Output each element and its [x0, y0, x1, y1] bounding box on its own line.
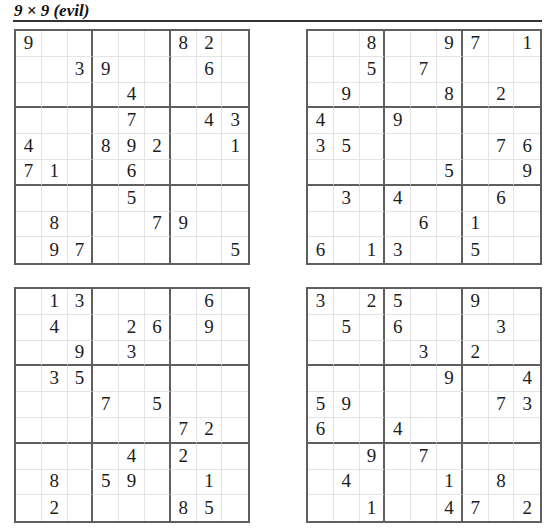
sudoku-cell[interactable]	[222, 341, 248, 367]
sudoku-cell[interactable]	[308, 444, 334, 470]
sudoku-cell[interactable]	[197, 366, 223, 392]
sudoku-cell[interactable]	[119, 31, 145, 57]
sudoku-cell[interactable]	[171, 392, 197, 418]
sudoku-cell[interactable]	[145, 341, 171, 367]
sudoku-cell[interactable]	[42, 83, 68, 109]
sudoku-cell[interactable]	[68, 495, 94, 521]
sudoku-cell[interactable]	[197, 392, 223, 418]
sudoku-cell[interactable]	[437, 134, 463, 160]
sudoku-cell[interactable]	[119, 418, 145, 444]
sudoku-cell-given[interactable]: 6	[145, 315, 171, 341]
sudoku-cell[interactable]	[411, 495, 437, 521]
sudoku-cell[interactable]	[411, 160, 437, 186]
sudoku-cell[interactable]	[489, 444, 515, 470]
sudoku-cell[interactable]	[16, 212, 42, 238]
sudoku-cell[interactable]	[308, 341, 334, 367]
sudoku-cell[interactable]	[222, 160, 248, 186]
sudoku-cell[interactable]	[145, 108, 171, 134]
sudoku-cell-given[interactable]: 8	[437, 83, 463, 109]
sudoku-cell[interactable]	[42, 341, 68, 367]
sudoku-cell[interactable]	[197, 341, 223, 367]
sudoku-cell[interactable]	[16, 289, 42, 315]
sudoku-cell-given[interactable]: 6	[385, 315, 411, 341]
sudoku-cell[interactable]	[437, 186, 463, 212]
sudoku-cell-given[interactable]: 1	[360, 495, 386, 521]
sudoku-cell[interactable]	[93, 444, 119, 470]
sudoku-cell-given[interactable]: 2	[42, 495, 68, 521]
sudoku-cell[interactable]	[463, 418, 489, 444]
sudoku-cell-given[interactable]: 8	[42, 470, 68, 496]
sudoku-cell[interactable]	[16, 83, 42, 109]
sudoku-cell[interactable]	[42, 444, 68, 470]
sudoku-cell[interactable]	[16, 57, 42, 83]
sudoku-cell-given[interactable]: 6	[119, 160, 145, 186]
sudoku-cell[interactable]	[308, 57, 334, 83]
sudoku-cell[interactable]	[411, 108, 437, 134]
sudoku-cell-given[interactable]: 5	[222, 237, 248, 263]
sudoku-cell[interactable]	[308, 186, 334, 212]
sudoku-cell-given[interactable]: 6	[411, 212, 437, 238]
sudoku-cell[interactable]	[437, 315, 463, 341]
sudoku-cell[interactable]	[222, 186, 248, 212]
sudoku-cell[interactable]	[489, 495, 515, 521]
sudoku-cell[interactable]	[385, 57, 411, 83]
sudoku-cell-given[interactable]: 7	[145, 212, 171, 238]
sudoku-cell-given[interactable]: 3	[514, 392, 540, 418]
sudoku-cell-given[interactable]: 4	[119, 83, 145, 109]
sudoku-cell-given[interactable]: 7	[463, 495, 489, 521]
sudoku-cell[interactable]	[334, 212, 360, 238]
sudoku-cell-given[interactable]: 6	[197, 289, 223, 315]
sudoku-cell[interactable]	[360, 186, 386, 212]
sudoku-cell[interactable]	[197, 444, 223, 470]
sudoku-cell-given[interactable]: 8	[360, 31, 386, 57]
sudoku-cell[interactable]	[360, 83, 386, 109]
sudoku-cell[interactable]	[385, 392, 411, 418]
sudoku-cell[interactable]	[119, 57, 145, 83]
sudoku-cell[interactable]	[222, 470, 248, 496]
sudoku-cell[interactable]	[93, 237, 119, 263]
sudoku-cell-given[interactable]: 5	[360, 57, 386, 83]
sudoku-cell[interactable]	[463, 392, 489, 418]
sudoku-cell[interactable]	[334, 289, 360, 315]
sudoku-cell[interactable]	[68, 160, 94, 186]
sudoku-cell-given[interactable]: 5	[119, 186, 145, 212]
sudoku-cell[interactable]	[514, 186, 540, 212]
sudoku-cell[interactable]	[68, 108, 94, 134]
sudoku-cell[interactable]	[145, 186, 171, 212]
sudoku-cell[interactable]	[463, 83, 489, 109]
sudoku-cell[interactable]	[145, 470, 171, 496]
sudoku-cell-given[interactable]: 3	[308, 289, 334, 315]
sudoku-cell-given[interactable]: 4	[42, 315, 68, 341]
sudoku-cell[interactable]	[119, 366, 145, 392]
sudoku-cell[interactable]	[514, 108, 540, 134]
sudoku-cell[interactable]	[489, 31, 515, 57]
sudoku-cell[interactable]	[360, 470, 386, 496]
sudoku-cell[interactable]	[385, 134, 411, 160]
sudoku-cell[interactable]	[222, 444, 248, 470]
sudoku-cell-given[interactable]: 4	[308, 108, 334, 134]
sudoku-cell[interactable]	[437, 57, 463, 83]
sudoku-cell[interactable]	[222, 366, 248, 392]
sudoku-cell[interactable]	[308, 470, 334, 496]
sudoku-cell[interactable]	[437, 108, 463, 134]
sudoku-cell[interactable]	[197, 160, 223, 186]
sudoku-cell[interactable]	[68, 134, 94, 160]
sudoku-cell[interactable]	[385, 366, 411, 392]
sudoku-cell[interactable]	[42, 134, 68, 160]
sudoku-cell-given[interactable]: 6	[197, 57, 223, 83]
sudoku-cell[interactable]	[437, 341, 463, 367]
sudoku-cell[interactable]	[411, 418, 437, 444]
sudoku-cell[interactable]	[145, 366, 171, 392]
sudoku-cell-given[interactable]: 2	[171, 444, 197, 470]
sudoku-cell[interactable]	[222, 495, 248, 521]
sudoku-cell[interactable]	[360, 134, 386, 160]
sudoku-cell[interactable]	[411, 237, 437, 263]
sudoku-cell[interactable]	[68, 315, 94, 341]
sudoku-cell[interactable]	[171, 108, 197, 134]
sudoku-cell[interactable]	[68, 470, 94, 496]
sudoku-cell-given[interactable]: 5	[68, 366, 94, 392]
sudoku-cell[interactable]	[119, 289, 145, 315]
sudoku-cell-given[interactable]: 9	[334, 392, 360, 418]
sudoku-cell[interactable]	[119, 495, 145, 521]
sudoku-cell-given[interactable]: 8	[42, 212, 68, 238]
sudoku-cell-given[interactable]: 5	[334, 315, 360, 341]
sudoku-cell[interactable]	[334, 57, 360, 83]
sudoku-cell[interactable]	[489, 160, 515, 186]
sudoku-cell-given[interactable]: 5	[385, 289, 411, 315]
sudoku-cell[interactable]	[463, 444, 489, 470]
sudoku-cell[interactable]	[119, 237, 145, 263]
sudoku-cell-given[interactable]: 2	[360, 289, 386, 315]
sudoku-cell[interactable]	[360, 341, 386, 367]
sudoku-cell[interactable]	[145, 418, 171, 444]
sudoku-cell[interactable]	[385, 160, 411, 186]
sudoku-cell[interactable]	[16, 341, 42, 367]
sudoku-cell[interactable]	[16, 108, 42, 134]
sudoku-cell-given[interactable]: 7	[411, 57, 437, 83]
sudoku-cell[interactable]	[145, 495, 171, 521]
sudoku-cell-given[interactable]: 9	[437, 366, 463, 392]
sudoku-cell[interactable]	[16, 392, 42, 418]
sudoku-cell[interactable]	[463, 470, 489, 496]
sudoku-cell-given[interactable]: 4	[385, 186, 411, 212]
sudoku-cell[interactable]	[463, 366, 489, 392]
sudoku-cell[interactable]	[16, 470, 42, 496]
sudoku-cell-given[interactable]: 9	[119, 470, 145, 496]
sudoku-cell[interactable]	[514, 289, 540, 315]
sudoku-cell[interactable]	[385, 31, 411, 57]
sudoku-cell[interactable]	[16, 444, 42, 470]
sudoku-cell[interactable]	[145, 289, 171, 315]
sudoku-cell[interactable]	[463, 108, 489, 134]
sudoku-cell[interactable]	[385, 212, 411, 238]
sudoku-cell-given[interactable]: 8	[93, 134, 119, 160]
sudoku-cell-given[interactable]: 5	[463, 237, 489, 263]
sudoku-cell[interactable]	[16, 495, 42, 521]
sudoku-cell[interactable]	[308, 495, 334, 521]
sudoku-cell-given[interactable]: 1	[360, 237, 386, 263]
sudoku-cell[interactable]	[411, 470, 437, 496]
sudoku-cell[interactable]	[334, 108, 360, 134]
sudoku-cell[interactable]	[411, 134, 437, 160]
sudoku-cell[interactable]	[463, 315, 489, 341]
sudoku-cell-given[interactable]: 7	[119, 108, 145, 134]
sudoku-cell[interactable]	[463, 186, 489, 212]
sudoku-cell-given[interactable]: 3	[385, 237, 411, 263]
sudoku-cell-given[interactable]: 3	[334, 186, 360, 212]
sudoku-cell[interactable]	[489, 366, 515, 392]
sudoku-cell-given[interactable]: 3	[119, 341, 145, 367]
sudoku-cell[interactable]	[93, 212, 119, 238]
sudoku-cell-given[interactable]: 2	[514, 495, 540, 521]
sudoku-cell[interactable]	[197, 186, 223, 212]
sudoku-cell[interactable]	[308, 315, 334, 341]
sudoku-cell-given[interactable]: 9	[437, 31, 463, 57]
sudoku-cell[interactable]	[437, 444, 463, 470]
sudoku-cell[interactable]	[514, 418, 540, 444]
sudoku-cell-given[interactable]: 1	[42, 160, 68, 186]
sudoku-cell-given[interactable]: 9	[514, 160, 540, 186]
sudoku-cell[interactable]	[463, 57, 489, 83]
sudoku-cell[interactable]	[93, 31, 119, 57]
sudoku-cell[interactable]	[514, 341, 540, 367]
sudoku-cell[interactable]	[489, 212, 515, 238]
sudoku-cell-given[interactable]: 2	[119, 315, 145, 341]
sudoku-cell[interactable]	[334, 341, 360, 367]
sudoku-cell-given[interactable]: 4	[119, 444, 145, 470]
sudoku-cell[interactable]	[360, 392, 386, 418]
sudoku-cell[interactable]	[16, 315, 42, 341]
sudoku-cell[interactable]	[145, 237, 171, 263]
sudoku-cell[interactable]	[93, 160, 119, 186]
sudoku-cell[interactable]	[171, 57, 197, 83]
sudoku-cell[interactable]	[489, 418, 515, 444]
sudoku-cell-given[interactable]: 2	[197, 418, 223, 444]
sudoku-cell[interactable]	[93, 418, 119, 444]
sudoku-cell[interactable]	[360, 418, 386, 444]
sudoku-cell[interactable]	[68, 83, 94, 109]
sudoku-cell[interactable]	[437, 212, 463, 238]
sudoku-cell-given[interactable]: 3	[489, 315, 515, 341]
sudoku-cell[interactable]	[171, 83, 197, 109]
sudoku-cell[interactable]	[411, 366, 437, 392]
sudoku-cell[interactable]	[171, 160, 197, 186]
sudoku-cell-given[interactable]: 9	[385, 108, 411, 134]
sudoku-cell[interactable]	[514, 212, 540, 238]
sudoku-cell-given[interactable]: 5	[308, 392, 334, 418]
sudoku-cell-given[interactable]: 5	[93, 470, 119, 496]
sudoku-cell[interactable]	[489, 108, 515, 134]
sudoku-cell[interactable]	[334, 418, 360, 444]
sudoku-cell[interactable]	[171, 470, 197, 496]
sudoku-cell[interactable]	[385, 341, 411, 367]
sudoku-cell[interactable]	[42, 418, 68, 444]
sudoku-cell-given[interactable]: 7	[463, 31, 489, 57]
sudoku-cell-given[interactable]: 9	[197, 315, 223, 341]
sudoku-cell-given[interactable]: 4	[437, 495, 463, 521]
sudoku-cell-given[interactable]: 4	[16, 134, 42, 160]
sudoku-cell-given[interactable]: 8	[171, 31, 197, 57]
sudoku-cell-given[interactable]: 9	[68, 341, 94, 367]
sudoku-cell[interactable]	[68, 418, 94, 444]
sudoku-cell[interactable]	[514, 83, 540, 109]
sudoku-cell[interactable]	[514, 315, 540, 341]
sudoku-cell[interactable]	[360, 212, 386, 238]
sudoku-cell[interactable]	[334, 237, 360, 263]
sudoku-cell-given[interactable]: 9	[93, 57, 119, 83]
sudoku-cell[interactable]	[489, 237, 515, 263]
sudoku-cell[interactable]	[411, 83, 437, 109]
sudoku-cell-given[interactable]: 1	[437, 470, 463, 496]
sudoku-cell-given[interactable]: 3	[308, 134, 334, 160]
sudoku-cell-given[interactable]: 3	[411, 341, 437, 367]
sudoku-cell[interactable]	[463, 160, 489, 186]
sudoku-cell[interactable]	[68, 444, 94, 470]
sudoku-cell[interactable]	[222, 418, 248, 444]
sudoku-cell[interactable]	[360, 160, 386, 186]
sudoku-cell-given[interactable]: 7	[489, 134, 515, 160]
sudoku-cell-given[interactable]: 1	[222, 134, 248, 160]
sudoku-cell[interactable]	[197, 237, 223, 263]
sudoku-cell[interactable]	[411, 315, 437, 341]
sudoku-cell[interactable]	[145, 444, 171, 470]
sudoku-cell[interactable]	[437, 289, 463, 315]
sudoku-cell-given[interactable]: 2	[145, 134, 171, 160]
sudoku-cell[interactable]	[437, 392, 463, 418]
sudoku-cell-given[interactable]: 9	[16, 31, 42, 57]
sudoku-cell[interactable]	[514, 57, 540, 83]
sudoku-cell[interactable]	[385, 470, 411, 496]
sudoku-cell[interactable]	[222, 212, 248, 238]
sudoku-cell-given[interactable]: 9	[119, 134, 145, 160]
sudoku-cell[interactable]	[222, 392, 248, 418]
sudoku-cell[interactable]	[489, 289, 515, 315]
sudoku-cell[interactable]	[463, 134, 489, 160]
sudoku-cell[interactable]	[93, 186, 119, 212]
sudoku-cell[interactable]	[334, 366, 360, 392]
sudoku-cell-given[interactable]: 4	[197, 108, 223, 134]
sudoku-cell[interactable]	[222, 31, 248, 57]
sudoku-cell-given[interactable]: 8	[171, 495, 197, 521]
sudoku-cell[interactable]	[334, 160, 360, 186]
sudoku-cell[interactable]	[411, 186, 437, 212]
sudoku-cell-given[interactable]: 1	[42, 289, 68, 315]
sudoku-cell-given[interactable]: 3	[42, 366, 68, 392]
sudoku-cell[interactable]	[514, 470, 540, 496]
sudoku-cell[interactable]	[119, 392, 145, 418]
sudoku-cell-given[interactable]: 7	[171, 418, 197, 444]
sudoku-cell[interactable]	[360, 315, 386, 341]
sudoku-cell-given[interactable]: 1	[514, 31, 540, 57]
sudoku-cell[interactable]	[334, 495, 360, 521]
sudoku-cell[interactable]	[16, 237, 42, 263]
sudoku-cell-given[interactable]: 6	[308, 418, 334, 444]
sudoku-cell-given[interactable]: 7	[68, 237, 94, 263]
sudoku-cell-given[interactable]: 1	[463, 212, 489, 238]
sudoku-cell-given[interactable]: 7	[411, 444, 437, 470]
sudoku-cell[interactable]	[514, 237, 540, 263]
sudoku-cell[interactable]	[385, 444, 411, 470]
sudoku-cell-given[interactable]: 3	[68, 289, 94, 315]
sudoku-cell-given[interactable]: 6	[514, 134, 540, 160]
sudoku-cell[interactable]	[119, 212, 145, 238]
sudoku-cell-given[interactable]: 5	[334, 134, 360, 160]
sudoku-cell[interactable]	[197, 212, 223, 238]
sudoku-cell[interactable]	[411, 392, 437, 418]
sudoku-cell[interactable]	[308, 366, 334, 392]
sudoku-cell[interactable]	[171, 366, 197, 392]
sudoku-cell[interactable]	[489, 341, 515, 367]
sudoku-cell[interactable]	[385, 83, 411, 109]
sudoku-cell-given[interactable]: 1	[197, 470, 223, 496]
sudoku-cell-given[interactable]: 5	[437, 160, 463, 186]
sudoku-cell-given[interactable]: 7	[489, 392, 515, 418]
sudoku-cell[interactable]	[171, 289, 197, 315]
sudoku-cell[interactable]	[93, 366, 119, 392]
sudoku-cell[interactable]	[222, 289, 248, 315]
sudoku-cell-given[interactable]: 8	[489, 470, 515, 496]
sudoku-cell[interactable]	[308, 31, 334, 57]
sudoku-cell-given[interactable]: 3	[222, 108, 248, 134]
sudoku-cell[interactable]	[145, 83, 171, 109]
sudoku-cell[interactable]	[385, 495, 411, 521]
sudoku-cell[interactable]	[308, 212, 334, 238]
sudoku-cell-given[interactable]: 9	[171, 212, 197, 238]
sudoku-cell-given[interactable]: 4	[385, 418, 411, 444]
sudoku-cell[interactable]	[171, 134, 197, 160]
sudoku-cell[interactable]	[68, 392, 94, 418]
sudoku-cell[interactable]	[360, 366, 386, 392]
sudoku-cell[interactable]	[93, 315, 119, 341]
sudoku-cell-given[interactable]: 2	[489, 83, 515, 109]
sudoku-cell[interactable]	[308, 160, 334, 186]
sudoku-cell[interactable]	[68, 31, 94, 57]
sudoku-cell[interactable]	[171, 315, 197, 341]
sudoku-cell[interactable]	[93, 341, 119, 367]
sudoku-cell[interactable]	[68, 212, 94, 238]
sudoku-cell[interactable]	[514, 444, 540, 470]
sudoku-cell-given[interactable]: 6	[489, 186, 515, 212]
sudoku-cell[interactable]	[42, 186, 68, 212]
sudoku-cell-given[interactable]: 4	[334, 470, 360, 496]
sudoku-cell[interactable]	[437, 418, 463, 444]
sudoku-cell[interactable]	[222, 57, 248, 83]
sudoku-cell[interactable]	[197, 83, 223, 109]
sudoku-cell-given[interactable]: 9	[463, 289, 489, 315]
sudoku-cell[interactable]	[171, 186, 197, 212]
sudoku-cell[interactable]	[360, 108, 386, 134]
sudoku-cell-given[interactable]: 4	[514, 366, 540, 392]
sudoku-cell[interactable]	[197, 134, 223, 160]
sudoku-cell-given[interactable]: 7	[93, 392, 119, 418]
sudoku-cell[interactable]	[222, 315, 248, 341]
sudoku-cell[interactable]	[68, 186, 94, 212]
sudoku-cell[interactable]	[42, 57, 68, 83]
sudoku-cell[interactable]	[489, 57, 515, 83]
sudoku-cell[interactable]	[16, 418, 42, 444]
sudoku-cell[interactable]	[16, 366, 42, 392]
sudoku-cell[interactable]	[308, 83, 334, 109]
sudoku-cell[interactable]	[437, 237, 463, 263]
sudoku-cell[interactable]	[42, 108, 68, 134]
sudoku-cell[interactable]	[222, 83, 248, 109]
sudoku-cell[interactable]	[145, 31, 171, 57]
sudoku-cell[interactable]	[411, 31, 437, 57]
